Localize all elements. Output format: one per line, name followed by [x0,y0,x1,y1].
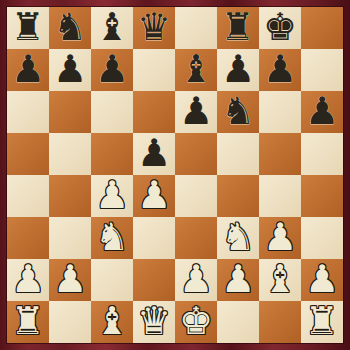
square-e8[interactable] [175,7,217,49]
white-pawn[interactable]: ♟ [179,258,213,300]
square-b8[interactable]: ♞ [49,7,91,49]
square-a8[interactable]: ♜ [7,7,49,49]
black-bishop[interactable]: ♝ [179,48,213,90]
black-pawn[interactable]: ♟ [53,48,87,90]
white-king[interactable]: ♚ [179,300,213,342]
square-g2[interactable]: ♝ [259,259,301,301]
black-knight[interactable]: ♞ [221,90,255,132]
square-c3[interactable]: ♞ [91,217,133,259]
square-c5[interactable] [91,133,133,175]
square-b1[interactable] [49,301,91,343]
square-h8[interactable] [301,7,343,49]
black-pawn[interactable]: ♟ [95,48,129,90]
square-b5[interactable] [49,133,91,175]
square-b3[interactable] [49,217,91,259]
square-g4[interactable] [259,175,301,217]
square-f6[interactable]: ♞ [217,91,259,133]
white-pawn[interactable]: ♟ [305,258,339,300]
square-c1[interactable]: ♝ [91,301,133,343]
square-d4[interactable]: ♟ [133,175,175,217]
square-e2[interactable]: ♟ [175,259,217,301]
square-h3[interactable] [301,217,343,259]
board-frame: ♜♞♝♛♜♚♟♟♟♝♟♟♟♞♟♟♟♟♞♞♟♟♟♟♟♝♟♜♝♛♚♜ [0,0,350,350]
square-f5[interactable] [217,133,259,175]
white-pawn[interactable]: ♟ [263,216,297,258]
white-rook[interactable]: ♜ [305,300,339,342]
black-bishop[interactable]: ♝ [95,6,129,48]
square-b4[interactable] [49,175,91,217]
black-king[interactable]: ♚ [263,6,297,48]
white-pawn[interactable]: ♟ [53,258,87,300]
white-pawn[interactable]: ♟ [221,258,255,300]
square-h5[interactable] [301,133,343,175]
black-pawn[interactable]: ♟ [305,90,339,132]
white-knight[interactable]: ♞ [221,216,255,258]
square-e4[interactable] [175,175,217,217]
white-knight[interactable]: ♞ [95,216,129,258]
black-pawn[interactable]: ♟ [11,48,45,90]
square-d3[interactable] [133,217,175,259]
square-g5[interactable] [259,133,301,175]
black-pawn[interactable]: ♟ [137,132,171,174]
square-a1[interactable]: ♜ [7,301,49,343]
square-g7[interactable]: ♟ [259,49,301,91]
square-e7[interactable]: ♝ [175,49,217,91]
square-a3[interactable] [7,217,49,259]
square-c4[interactable]: ♟ [91,175,133,217]
square-f4[interactable] [217,175,259,217]
square-h7[interactable] [301,49,343,91]
black-pawn[interactable]: ♟ [179,90,213,132]
white-bishop[interactable]: ♝ [263,258,297,300]
square-f7[interactable]: ♟ [217,49,259,91]
square-h2[interactable]: ♟ [301,259,343,301]
square-h6[interactable]: ♟ [301,91,343,133]
square-f2[interactable]: ♟ [217,259,259,301]
square-d8[interactable]: ♛ [133,7,175,49]
square-a4[interactable] [7,175,49,217]
square-d1[interactable]: ♛ [133,301,175,343]
square-h4[interactable] [301,175,343,217]
black-pawn[interactable]: ♟ [221,48,255,90]
square-h1[interactable]: ♜ [301,301,343,343]
square-c2[interactable] [91,259,133,301]
square-b2[interactable]: ♟ [49,259,91,301]
square-f8[interactable]: ♜ [217,7,259,49]
square-d5[interactable]: ♟ [133,133,175,175]
square-a5[interactable] [7,133,49,175]
square-g3[interactable]: ♟ [259,217,301,259]
square-c8[interactable]: ♝ [91,7,133,49]
white-bishop[interactable]: ♝ [95,300,129,342]
black-rook[interactable]: ♜ [221,6,255,48]
white-rook[interactable]: ♜ [11,300,45,342]
square-g6[interactable] [259,91,301,133]
square-c7[interactable]: ♟ [91,49,133,91]
black-knight[interactable]: ♞ [53,6,87,48]
white-queen[interactable]: ♛ [137,300,171,342]
square-d2[interactable] [133,259,175,301]
square-b7[interactable]: ♟ [49,49,91,91]
square-b6[interactable] [49,91,91,133]
square-a2[interactable]: ♟ [7,259,49,301]
white-pawn[interactable]: ♟ [137,174,171,216]
square-a7[interactable]: ♟ [7,49,49,91]
square-e5[interactable] [175,133,217,175]
black-pawn[interactable]: ♟ [263,48,297,90]
square-d7[interactable] [133,49,175,91]
square-e6[interactable]: ♟ [175,91,217,133]
square-f3[interactable]: ♞ [217,217,259,259]
white-pawn[interactable]: ♟ [11,258,45,300]
square-g8[interactable]: ♚ [259,7,301,49]
square-c6[interactable] [91,91,133,133]
square-d6[interactable] [133,91,175,133]
square-e3[interactable] [175,217,217,259]
square-f1[interactable] [217,301,259,343]
chess-board: ♜♞♝♛♜♚♟♟♟♝♟♟♟♞♟♟♟♟♞♞♟♟♟♟♟♝♟♜♝♛♚♜ [7,7,343,343]
black-rook[interactable]: ♜ [11,6,45,48]
white-pawn[interactable]: ♟ [95,174,129,216]
square-e1[interactable]: ♚ [175,301,217,343]
square-g1[interactable] [259,301,301,343]
square-a6[interactable] [7,91,49,133]
black-queen[interactable]: ♛ [137,6,171,48]
